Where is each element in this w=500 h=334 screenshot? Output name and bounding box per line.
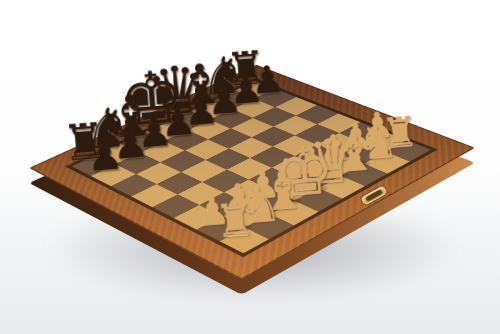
piece-glyph: ♜ xyxy=(179,194,289,247)
piece-glyph: ♟ xyxy=(46,131,165,181)
chess-set-photo: ♜♟♟♜♞♟♟♞♝♟♟♝♛♟♟♛♚♟♟♚♝♟♟♝♞♟♟♞♜♟♟♜ xyxy=(0,0,500,334)
